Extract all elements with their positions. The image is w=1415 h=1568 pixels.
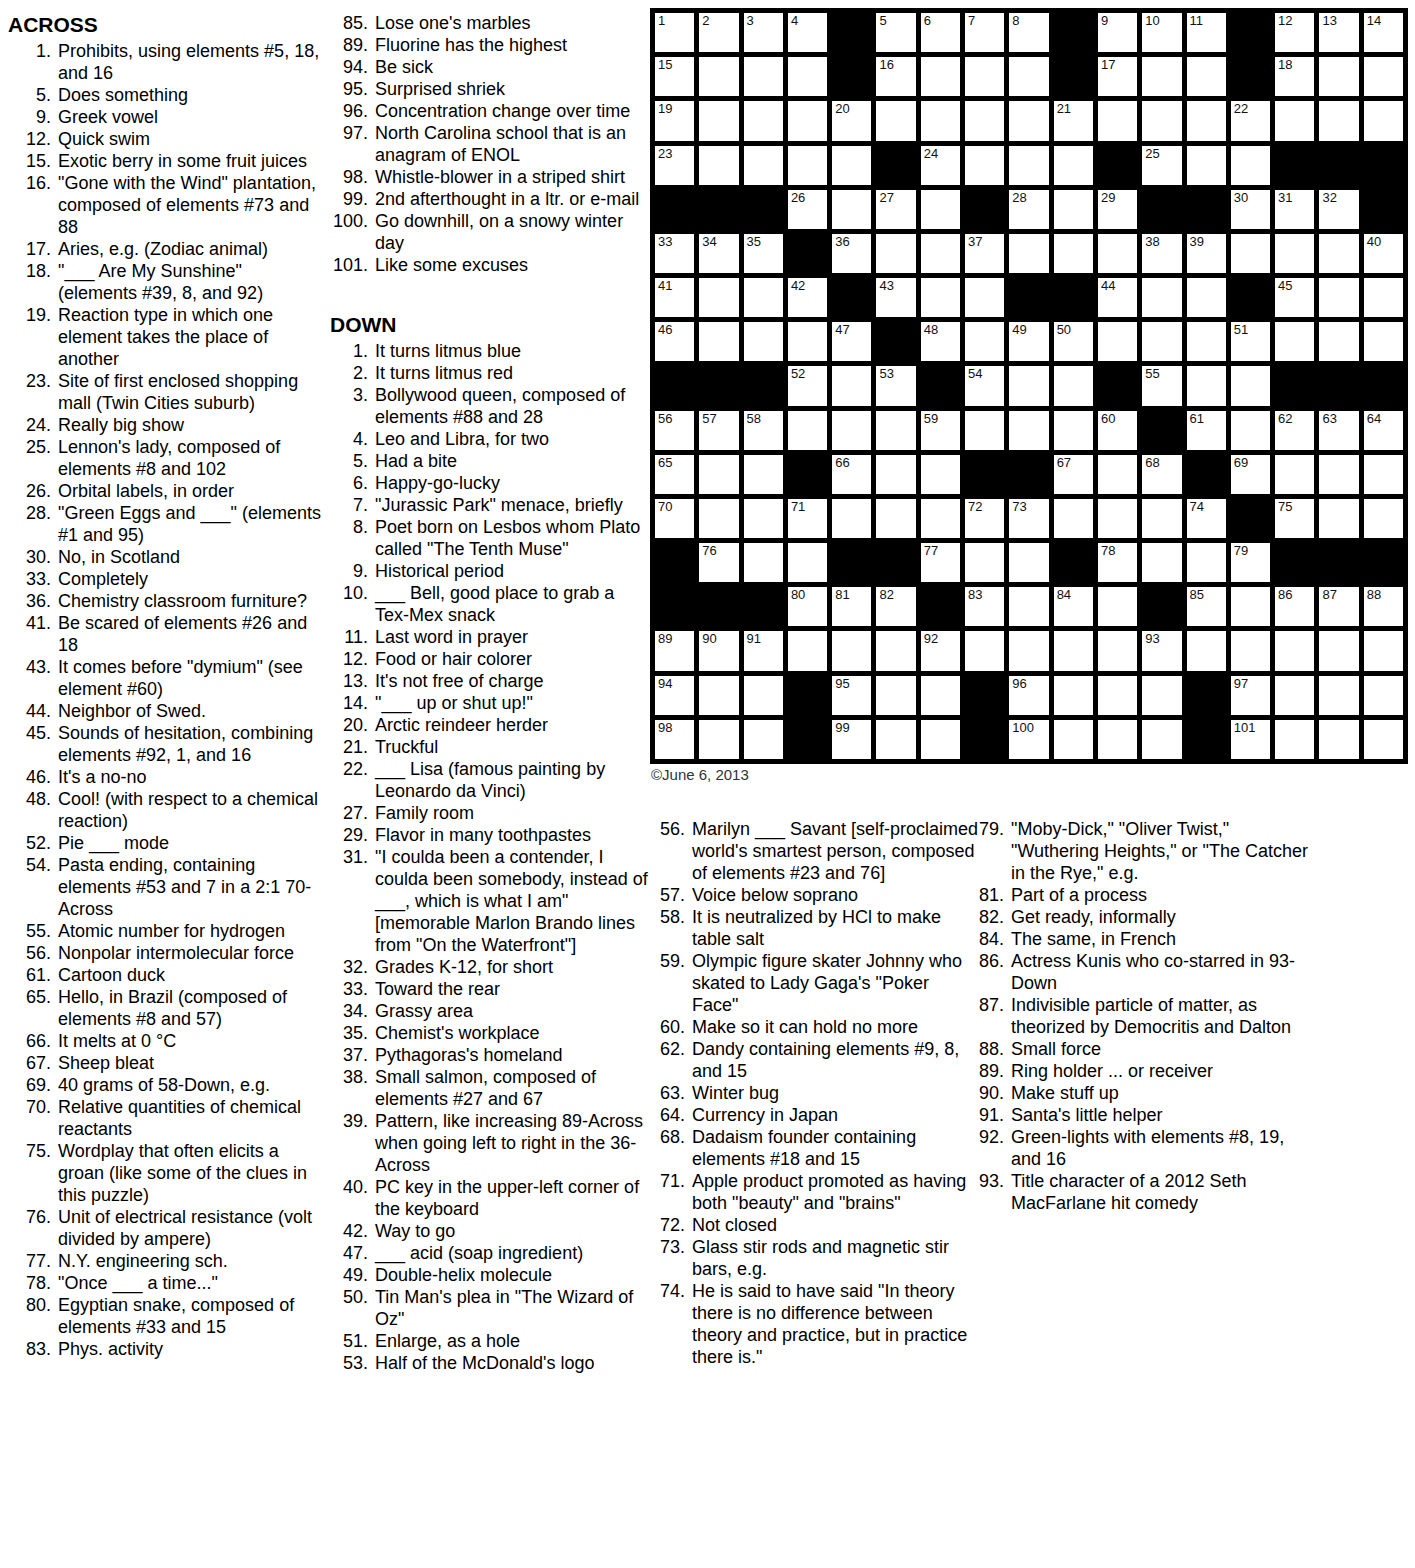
clue-text: It comes before "dymium" (see element #6… (58, 656, 322, 700)
cell-r10c17[interactable]: 64 (1364, 411, 1403, 450)
cell-r5c1 (655, 190, 694, 229)
cell-r8c12[interactable] (1142, 322, 1181, 361)
cell-r16c17[interactable] (1364, 676, 1403, 715)
cell-r15c17[interactable] (1364, 631, 1403, 670)
cell-r9c4[interactable]: 52 (788, 366, 827, 405)
cell-r15c11[interactable] (1098, 631, 1137, 670)
cell-r1c12[interactable]: 10 (1142, 13, 1181, 52)
cell-r5c10[interactable] (1054, 190, 1093, 229)
cell-r8c17[interactable] (1364, 322, 1403, 361)
cell-r17c5[interactable]: 99 (832, 720, 871, 759)
cell-r17c15[interactable] (1275, 720, 1314, 759)
cell-r7c15[interactable]: 45 (1275, 278, 1314, 317)
cell-r12c6[interactable] (876, 499, 915, 538)
cell-r11c15[interactable] (1275, 455, 1314, 494)
cell-r12c5[interactable] (832, 499, 871, 538)
cell-r12c12[interactable] (1142, 499, 1181, 538)
cell-r14c7 (921, 587, 960, 626)
cell-r14c10[interactable]: 84 (1054, 587, 1093, 626)
cell-r4c4[interactable] (788, 146, 827, 185)
cell-r8c11[interactable] (1098, 322, 1137, 361)
cell-r6c9[interactable] (1009, 234, 1048, 273)
cell-r14c5[interactable]: 81 (832, 587, 871, 626)
cell-r9c12[interactable]: 55 (1142, 366, 1181, 405)
cell-r5c5[interactable] (832, 190, 871, 229)
clue-across-55: 55.Atomic number for hydrogen (8, 920, 322, 942)
cell-r15c2[interactable]: 90 (699, 631, 738, 670)
cell-r8c4[interactable] (788, 322, 827, 361)
cell-r10c5[interactable] (832, 411, 871, 450)
cell-number: 100 (1012, 721, 1034, 735)
cell-r2c6[interactable]: 16 (876, 57, 915, 96)
cell-r5c16[interactable]: 32 (1319, 190, 1358, 229)
cell-r17c9[interactable]: 100 (1009, 720, 1048, 759)
cell-r15c1[interactable]: 89 (655, 631, 694, 670)
cell-r1c7[interactable]: 6 (921, 13, 960, 52)
cell-r1c15[interactable]: 12 (1275, 13, 1314, 52)
clue-number: 90. (975, 1082, 1011, 1104)
cell-r2c13[interactable] (1187, 57, 1226, 96)
clue-text: Sheep bleat (58, 1052, 322, 1074)
cell-r12c2[interactable] (699, 499, 738, 538)
cell-r13c2[interactable]: 76 (699, 543, 738, 582)
clue-text: "Gone with the Wind" plantation, compose… (58, 172, 322, 238)
clue-text: Toward the rear (375, 978, 648, 1000)
clue-number: 93. (975, 1170, 1011, 1192)
cell-number: 65 (658, 456, 672, 470)
cell-r2c3[interactable] (744, 57, 783, 96)
cell-r2c11[interactable]: 17 (1098, 57, 1137, 96)
cell-r10c9[interactable] (1009, 411, 1048, 450)
cell-r7c11[interactable]: 44 (1098, 278, 1137, 317)
cell-r4c1[interactable]: 23 (655, 146, 694, 185)
cell-r11c16[interactable] (1319, 455, 1358, 494)
cell-r3c12[interactable] (1142, 101, 1181, 140)
cell-r9c8[interactable]: 54 (965, 366, 1004, 405)
cell-r13c11[interactable]: 78 (1098, 543, 1137, 582)
cell-r11c3[interactable] (744, 455, 783, 494)
cell-r17c7[interactable] (921, 720, 960, 759)
cell-r2c16[interactable] (1319, 57, 1358, 96)
cell-r8c13[interactable] (1187, 322, 1226, 361)
cell-r14c13[interactable]: 85 (1187, 587, 1226, 626)
cell-r8c10[interactable]: 50 (1054, 322, 1093, 361)
cell-r4c14[interactable] (1231, 146, 1270, 185)
cell-r6c1[interactable]: 33 (655, 234, 694, 273)
clue-text: Pattern, like increasing 89-Across when … (375, 1110, 648, 1176)
cell-r5c4[interactable]: 26 (788, 190, 827, 229)
cell-r4c12[interactable]: 25 (1142, 146, 1181, 185)
cell-r11c5[interactable]: 66 (832, 455, 871, 494)
cell-r1c9[interactable]: 8 (1009, 13, 1048, 52)
cell-r3c8[interactable] (965, 101, 1004, 140)
cell-r10c8[interactable] (965, 411, 1004, 450)
cell-r3c13[interactable] (1187, 101, 1226, 140)
clue-number: 22. (330, 758, 375, 780)
cell-r8c3[interactable] (744, 322, 783, 361)
clue-down-59: 59.Olympic figure skater Johnny who skat… (648, 950, 980, 1016)
clue-number: 87. (975, 994, 1011, 1016)
cell-r3c5[interactable]: 20 (832, 101, 871, 140)
cell-r11c17[interactable] (1364, 455, 1403, 494)
clue-text: Lennon's lady, composed of elements #8 a… (58, 436, 322, 480)
cell-r7c16[interactable] (1319, 278, 1358, 317)
cell-number: 76 (702, 544, 716, 558)
cell-r6c10[interactable] (1054, 234, 1093, 273)
cell-r16c6[interactable] (876, 676, 915, 715)
clue-number: 15. (8, 150, 58, 172)
cell-r14c9[interactable] (1009, 587, 1048, 626)
cell-r15c3[interactable]: 91 (744, 631, 783, 670)
cell-r7c2[interactable] (699, 278, 738, 317)
cell-r3c10[interactable]: 21 (1054, 101, 1093, 140)
cell-number: 32 (1322, 191, 1336, 205)
cell-r4c2[interactable] (699, 146, 738, 185)
clue-text: Really big show (58, 414, 322, 436)
cell-r16c1[interactable]: 94 (655, 676, 694, 715)
cell-r10c4[interactable] (788, 411, 827, 450)
cell-r11c6[interactable] (876, 455, 915, 494)
cell-r3c7[interactable] (921, 101, 960, 140)
cell-r11c11[interactable] (1098, 455, 1137, 494)
cell-r6c2[interactable]: 34 (699, 234, 738, 273)
cell-r16c11[interactable] (1098, 676, 1137, 715)
cell-r15c16[interactable] (1319, 631, 1358, 670)
clue-text: Pasta ending, containing elements #53 an… (58, 854, 322, 920)
cell-r16c15[interactable] (1275, 676, 1314, 715)
cell-r10c16[interactable]: 63 (1319, 411, 1358, 450)
cell-r10c3[interactable]: 58 (744, 411, 783, 450)
clue-text: Be scared of elements #26 and 18 (58, 612, 322, 656)
cell-r6c5[interactable]: 36 (832, 234, 871, 273)
cell-r15c8[interactable] (965, 631, 1004, 670)
cell-r6c16[interactable] (1319, 234, 1358, 273)
clue-text: "Green Eggs and ___" (elements #1 and 95… (58, 502, 322, 546)
cell-r4c13[interactable] (1187, 146, 1226, 185)
cell-r11c14[interactable]: 69 (1231, 455, 1270, 494)
cell-r15c14[interactable] (1231, 631, 1270, 670)
cell-r12c8[interactable]: 72 (965, 499, 1004, 538)
cell-r14c4[interactable]: 80 (788, 587, 827, 626)
cell-r14c14[interactable] (1231, 587, 1270, 626)
cell-r7c17[interactable] (1364, 278, 1403, 317)
cell-r5c14[interactable]: 30 (1231, 190, 1270, 229)
cell-r7c3[interactable] (744, 278, 783, 317)
clue-across-66: 66.It melts at 0 °C (8, 1030, 322, 1052)
cell-number: 33 (658, 235, 672, 249)
cell-r4c7[interactable]: 24 (921, 146, 960, 185)
clue-text: The same, in French (1011, 928, 1315, 950)
cell-r14c15[interactable]: 86 (1275, 587, 1314, 626)
cell-r12c16[interactable] (1319, 499, 1358, 538)
cell-r12c3[interactable] (744, 499, 783, 538)
cell-r13c12[interactable] (1142, 543, 1181, 582)
copyright: ©June 6, 2013 (651, 766, 749, 783)
cell-r10c11[interactable]: 60 (1098, 411, 1137, 450)
crossword-page: ACROSS 1.Prohibits, using elements #5, 1… (0, 0, 1415, 1568)
cell-r7c12[interactable] (1142, 278, 1181, 317)
cell-r15c10[interactable] (1054, 631, 1093, 670)
cell-r2c1[interactable]: 15 (655, 57, 694, 96)
clue-number: 95. (330, 78, 375, 100)
cell-r4c3[interactable] (744, 146, 783, 185)
cell-r1c6[interactable]: 5 (876, 13, 915, 52)
cell-r17c12[interactable] (1142, 720, 1181, 759)
clue-text: Ring holder ... or receiver (1011, 1060, 1315, 1082)
cell-r6c11[interactable] (1098, 234, 1137, 273)
cell-r14c6[interactable]: 82 (876, 587, 915, 626)
cell-r8c15[interactable] (1275, 322, 1314, 361)
clue-number: 67. (8, 1052, 58, 1074)
cell-r15c15[interactable] (1275, 631, 1314, 670)
cell-number: 28 (1012, 191, 1026, 205)
cell-r14c11[interactable] (1098, 587, 1137, 626)
cell-r11c12[interactable]: 68 (1142, 455, 1181, 494)
across-header: ACROSS (8, 12, 322, 38)
cell-r1c16[interactable]: 13 (1319, 13, 1358, 52)
clue-text: Go downhill, on a snowy winter day (375, 210, 648, 254)
cell-r3c1[interactable]: 19 (655, 101, 694, 140)
crossword-grid: 1234567891011121314151617181920212223242… (650, 8, 1408, 764)
cell-r1c4[interactable]: 4 (788, 13, 827, 52)
cell-number: 62 (1278, 412, 1292, 426)
cell-r6c17[interactable]: 40 (1364, 234, 1403, 273)
clue-text: Reaction type in which one element takes… (58, 304, 322, 370)
cell-r15c5[interactable] (832, 631, 871, 670)
cell-r8c5[interactable]: 47 (832, 322, 871, 361)
cell-r16c10[interactable] (1054, 676, 1093, 715)
cell-r13c3[interactable] (744, 543, 783, 582)
cell-r17c17[interactable] (1364, 720, 1403, 759)
cell-r10c7[interactable]: 59 (921, 411, 960, 450)
cell-r11c2[interactable] (699, 455, 738, 494)
cell-r1c3[interactable]: 3 (744, 13, 783, 52)
cell-r3c9[interactable] (1009, 101, 1048, 140)
cell-r16c9[interactable]: 96 (1009, 676, 1048, 715)
cell-r6c13[interactable]: 39 (1187, 234, 1226, 273)
cell-r15c13[interactable] (1187, 631, 1226, 670)
cell-r13c14[interactable]: 79 (1231, 543, 1270, 582)
cell-r10c13[interactable]: 61 (1187, 411, 1226, 450)
cell-r12c10[interactable] (1054, 499, 1093, 538)
cell-r7c6[interactable]: 43 (876, 278, 915, 317)
cell-r13c9[interactable] (1009, 543, 1048, 582)
cell-r8c1[interactable]: 46 (655, 322, 694, 361)
cell-r3c15[interactable] (1275, 101, 1314, 140)
cell-r7c13[interactable] (1187, 278, 1226, 317)
cell-r1c11[interactable]: 9 (1098, 13, 1137, 52)
cell-r5c9[interactable]: 28 (1009, 190, 1048, 229)
cell-r15c12[interactable]: 93 (1142, 631, 1181, 670)
cell-r2c10 (1054, 57, 1093, 96)
cell-number: 16 (879, 58, 893, 72)
cell-number: 64 (1367, 412, 1381, 426)
cell-r7c8[interactable] (965, 278, 1004, 317)
cell-r2c7[interactable] (921, 57, 960, 96)
cell-r9c10[interactable] (1054, 366, 1093, 405)
clue-number: 94. (330, 56, 375, 78)
cell-r4c9[interactable] (1009, 146, 1048, 185)
cell-r6c6[interactable] (876, 234, 915, 273)
clue-text: Completely (58, 568, 322, 590)
cell-r10c1[interactable]: 56 (655, 411, 694, 450)
cell-r16c7[interactable] (921, 676, 960, 715)
cell-r17c2[interactable] (699, 720, 738, 759)
cell-r14c8[interactable]: 83 (965, 587, 1004, 626)
cell-r12c17[interactable] (1364, 499, 1403, 538)
cell-r2c17[interactable] (1364, 57, 1403, 96)
cell-r1c1[interactable]: 1 (655, 13, 694, 52)
clue-across-48: 48.Cool! (with respect to a chemical rea… (8, 788, 322, 832)
cell-r3c6[interactable] (876, 101, 915, 140)
cell-r12c15[interactable]: 75 (1275, 499, 1314, 538)
cell-number: 27 (879, 191, 893, 205)
cell-r15c6[interactable] (876, 631, 915, 670)
cell-number: 86 (1278, 588, 1292, 602)
cell-r16c3[interactable] (744, 676, 783, 715)
cell-r17c16[interactable] (1319, 720, 1358, 759)
cell-r4c10[interactable] (1054, 146, 1093, 185)
cell-r14c17[interactable]: 88 (1364, 587, 1403, 626)
clue-number: 49. (330, 1264, 375, 1286)
cell-r1c13[interactable]: 11 (1187, 13, 1226, 52)
cell-r9c5[interactable] (832, 366, 871, 405)
cell-r8c16[interactable] (1319, 322, 1358, 361)
cell-r12c9[interactable]: 73 (1009, 499, 1048, 538)
cell-r5c7[interactable] (921, 190, 960, 229)
cell-r11c7[interactable] (921, 455, 960, 494)
cell-r17c11[interactable] (1098, 720, 1137, 759)
cell-r12c7[interactable] (921, 499, 960, 538)
clue-number: 83. (8, 1338, 58, 1360)
cell-r3c2[interactable] (699, 101, 738, 140)
cell-r15c7[interactable]: 92 (921, 631, 960, 670)
clue-number: 52. (8, 832, 58, 854)
cell-r14c16[interactable]: 87 (1319, 587, 1358, 626)
cell-r5c15[interactable]: 31 (1275, 190, 1314, 229)
cell-r11c1[interactable]: 65 (655, 455, 694, 494)
cell-r2c12[interactable] (1142, 57, 1181, 96)
cell-r13c7[interactable]: 77 (921, 543, 960, 582)
cell-r2c8[interactable] (965, 57, 1004, 96)
cell-r10c10[interactable] (1054, 411, 1093, 450)
cell-r16c12[interactable] (1142, 676, 1181, 715)
cell-r16c16[interactable] (1319, 676, 1358, 715)
cell-r12c1[interactable]: 70 (655, 499, 694, 538)
cell-number: 7 (968, 14, 975, 28)
cell-r9c14[interactable] (1231, 366, 1270, 405)
cell-r7c7[interactable] (921, 278, 960, 317)
cell-r2c2[interactable] (699, 57, 738, 96)
cell-r8c14[interactable]: 51 (1231, 322, 1270, 361)
cell-r13c13[interactable] (1187, 543, 1226, 582)
cell-r17c3[interactable] (744, 720, 783, 759)
clue-number: 98. (330, 166, 375, 188)
cell-r6c3[interactable]: 35 (744, 234, 783, 273)
cell-r2c4[interactable] (788, 57, 827, 96)
cell-r17c10[interactable] (1054, 720, 1093, 759)
cell-r11c10[interactable]: 67 (1054, 455, 1093, 494)
clue-across-33: 33.Completely (8, 568, 322, 590)
cell-r3c17[interactable] (1364, 101, 1403, 140)
cell-r4c5[interactable] (832, 146, 871, 185)
cell-r15c4[interactable] (788, 631, 827, 670)
cell-r12c4[interactable]: 71 (788, 499, 827, 538)
cell-r16c14[interactable]: 97 (1231, 676, 1270, 715)
cell-r6c12[interactable]: 38 (1142, 234, 1181, 273)
cell-r1c2[interactable]: 2 (699, 13, 738, 52)
cell-r6c15[interactable] (1275, 234, 1314, 273)
cell-r5c6[interactable]: 27 (876, 190, 915, 229)
cell-r5c11[interactable]: 29 (1098, 190, 1137, 229)
cell-r10c15[interactable]: 62 (1275, 411, 1314, 450)
clue-down-53: 53.Half of the McDonald's logo (330, 1352, 648, 1374)
cell-r1c17[interactable]: 14 (1364, 13, 1403, 52)
cell-r17c14[interactable]: 101 (1231, 720, 1270, 759)
clue-across-16: 16."Gone with the Wind" plantation, comp… (8, 172, 322, 238)
cell-r14c12 (1142, 587, 1181, 626)
cell-r9c9[interactable] (1009, 366, 1048, 405)
cell-r17c6[interactable] (876, 720, 915, 759)
cell-r13c4[interactable] (788, 543, 827, 582)
clue-text: Make so it can hold no more (692, 1016, 980, 1038)
cell-r3c4[interactable] (788, 101, 827, 140)
cell-r8c8[interactable] (965, 322, 1004, 361)
cell-r17c1[interactable]: 98 (655, 720, 694, 759)
clue-number: 37. (330, 1044, 375, 1066)
cell-r7c1[interactable]: 41 (655, 278, 694, 317)
cell-r6c14[interactable] (1231, 234, 1270, 273)
clue-down-71: 71.Apple product promoted as having both… (648, 1170, 980, 1214)
cell-r1c8[interactable]: 7 (965, 13, 1004, 52)
cell-r8c9[interactable]: 49 (1009, 322, 1048, 361)
cell-r6c7[interactable] (921, 234, 960, 273)
cell-r6c8[interactable]: 37 (965, 234, 1004, 273)
cell-r2c15[interactable]: 18 (1275, 57, 1314, 96)
cell-r12c13[interactable]: 74 (1187, 499, 1226, 538)
clue-number: 81. (975, 884, 1011, 906)
cell-r15c9[interactable] (1009, 631, 1048, 670)
cell-r3c14[interactable]: 22 (1231, 101, 1270, 140)
cell-r16c5[interactable]: 95 (832, 676, 871, 715)
clue-text: Be sick (375, 56, 648, 78)
clue-down-68: 68.Dadaism founder containing elements #… (648, 1126, 980, 1170)
cell-r8c2[interactable] (699, 322, 738, 361)
cell-r10c6[interactable] (876, 411, 915, 450)
cell-number: 20 (835, 102, 849, 116)
cell-r9c6[interactable]: 53 (876, 366, 915, 405)
cell-r7c4[interactable]: 42 (788, 278, 827, 317)
cell-r4c8[interactable] (965, 146, 1004, 185)
cell-number: 74 (1190, 500, 1204, 514)
clue-number: 92. (975, 1126, 1011, 1148)
clue-down-42: 42.Way to go (330, 1220, 648, 1242)
cell-r3c3[interactable] (744, 101, 783, 140)
cell-r2c9[interactable] (1009, 57, 1048, 96)
clue-number: 23. (8, 370, 58, 392)
cell-r3c11[interactable] (1098, 101, 1137, 140)
clue-number: 56. (8, 942, 58, 964)
clue-down-20: 20.Arctic reindeer herder (330, 714, 648, 736)
cell-r10c14[interactable] (1231, 411, 1270, 450)
cell-r12c11[interactable] (1098, 499, 1137, 538)
cell-r16c2[interactable] (699, 676, 738, 715)
cell-r13c8[interactable] (965, 543, 1004, 582)
cell-r9c13[interactable] (1187, 366, 1226, 405)
cell-r3c16[interactable] (1319, 101, 1358, 140)
cell-r10c2[interactable]: 57 (699, 411, 738, 450)
cell-r8c7[interactable]: 48 (921, 322, 960, 361)
